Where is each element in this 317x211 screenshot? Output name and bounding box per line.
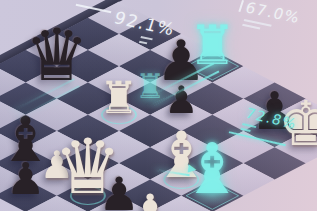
eval-value: 92.1% [112, 8, 178, 40]
hologram-rook-ghost: ♜ [135, 69, 165, 103]
board-square: ♛ [26, 66, 88, 98]
white-rook: ♜ [99, 76, 138, 120]
tick-line [238, 0, 244, 12]
eval-label-67: 67.0% [234, 0, 303, 37]
leader-line [76, 4, 112, 13]
white-pawn-front: ♟ [129, 188, 170, 211]
board-square: ♝ [181, 180, 243, 211]
black-pawn-bottom-left: ♟ [6, 157, 45, 201]
chess-scene: ♜♟♟♚♜♟♛♜♝♝♝♟♛♟♟♟ ▶ 92.1% 67.0% 72.8% [0, 0, 317, 211]
